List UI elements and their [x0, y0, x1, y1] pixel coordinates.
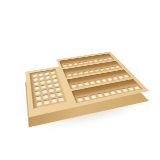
- pit-hole: [72, 72, 77, 75]
- pit-hole: [42, 94, 47, 99]
- pit-hole: [36, 101, 42, 106]
- pit-hole: [33, 81, 38, 85]
- pit-hole: [115, 89, 122, 93]
- pit-hole: [49, 93, 55, 98]
- pit-hole: [56, 91, 62, 95]
- pit-hole: [95, 80, 101, 84]
- pit-hole: [57, 96, 63, 101]
- pit-hole: [67, 73, 72, 76]
- pit-hole: [109, 90, 116, 94]
- pit-hole: [40, 84, 45, 88]
- pit-hole: [83, 61, 88, 64]
- product-photo-stage: [0, 0, 160, 160]
- pit-hole: [93, 60, 98, 62]
- pit-hole: [44, 72, 49, 75]
- pit-hole: [77, 97, 84, 102]
- pit-hole: [51, 74, 56, 77]
- pit-hole: [50, 98, 56, 103]
- pit-hole: [71, 84, 77, 88]
- pit-hole: [90, 94, 97, 98]
- pit-hole: [39, 76, 44, 80]
- pit-hole: [109, 66, 115, 69]
- pit-hole: [55, 87, 60, 91]
- pit-hole: [46, 79, 51, 83]
- pit-hole: [33, 77, 38, 81]
- pit-hole: [77, 83, 83, 87]
- pit-hole: [68, 63, 73, 66]
- pit-hole: [43, 99, 49, 104]
- pit-hole: [97, 93, 104, 97]
- pit-hole: [89, 81, 95, 85]
- pit-hole: [83, 95, 90, 99]
- pit-hole: [32, 73, 36, 76]
- pit-hole: [117, 75, 123, 78]
- pit-hole: [103, 58, 108, 60]
- pit-hole: [103, 92, 110, 96]
- pit-hole: [83, 82, 89, 86]
- pit-hole: [34, 86, 39, 90]
- pit-hole: [63, 64, 68, 67]
- pit-hole: [83, 70, 88, 73]
- pit-hole: [41, 89, 46, 93]
- pit-hole: [101, 79, 107, 82]
- pit-hole: [50, 71, 55, 74]
- pit-hole: [112, 76, 118, 79]
- pit-hole: [88, 60, 93, 62]
- pit-hole: [35, 95, 40, 100]
- pit-hole: [94, 69, 100, 72]
- pit-hole: [52, 78, 57, 82]
- pit-hole: [106, 77, 112, 80]
- pit-hole: [121, 88, 128, 92]
- pit-hole: [107, 57, 112, 59]
- pit-hole: [78, 62, 83, 65]
- pit-hole: [78, 71, 83, 74]
- pit-hole: [34, 90, 39, 94]
- pit-hole: [40, 80, 45, 84]
- pit-hole: [89, 70, 94, 73]
- pit-hole: [73, 63, 78, 66]
- pit-hole: [53, 82, 58, 86]
- pit-hole: [99, 68, 105, 71]
- left-grid-compartment: [29, 69, 66, 109]
- pit-hole: [38, 72, 43, 75]
- pit-hole: [48, 88, 53, 92]
- pit-hole: [45, 75, 50, 78]
- pit-hole: [98, 59, 103, 61]
- pit-hole: [47, 83, 52, 87]
- pit-hole: [104, 67, 110, 70]
